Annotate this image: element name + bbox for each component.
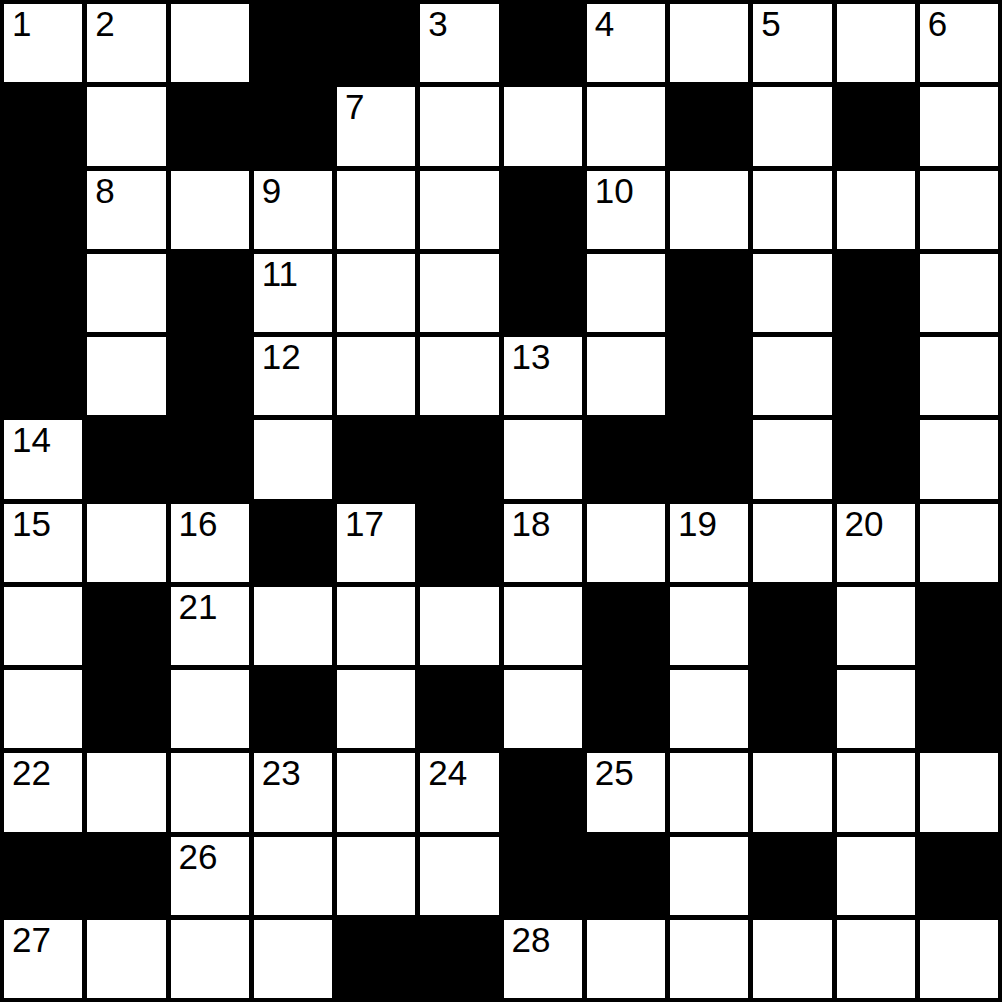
clue-number-24: 24 (428, 755, 467, 792)
white-cell-r8c8[interactable] (670, 670, 748, 748)
clue-number-15: 15 (12, 506, 51, 543)
white-cell-r9c11[interactable] (920, 753, 998, 831)
white-cell-r0c10[interactable] (837, 4, 915, 82)
black-cell-r5c10 (837, 420, 915, 498)
black-cell-r5c2 (171, 420, 249, 498)
white-cell-r2c5[interactable] (420, 171, 498, 249)
white-cell-r6c1[interactable] (87, 504, 165, 582)
white-cell-r11c10[interactable] (837, 920, 915, 998)
white-cell-r0c1[interactable]: 2 (87, 4, 165, 82)
white-cell-r5c6[interactable] (504, 420, 582, 498)
white-cell-r11c6[interactable]: 28 (504, 920, 582, 998)
black-cell-r11c4 (337, 920, 415, 998)
white-cell-r4c1[interactable] (87, 337, 165, 415)
white-cell-r10c2[interactable]: 26 (171, 837, 249, 915)
black-cell-r7c1 (87, 587, 165, 665)
white-cell-r2c8[interactable] (670, 171, 748, 249)
white-cell-r4c4[interactable] (337, 337, 415, 415)
white-cell-r4c5[interactable] (420, 337, 498, 415)
clue-number-6: 6 (928, 6, 947, 43)
white-cell-r0c5[interactable]: 3 (420, 4, 498, 82)
white-cell-r6c4[interactable]: 17 (337, 504, 415, 582)
black-cell-r5c8 (670, 420, 748, 498)
white-cell-r1c9[interactable] (753, 87, 831, 165)
white-cell-r11c9[interactable] (753, 920, 831, 998)
white-cell-r5c9[interactable] (753, 420, 831, 498)
clue-number-27: 27 (12, 922, 51, 959)
black-cell-r5c1 (87, 420, 165, 498)
white-cell-r10c4[interactable] (337, 837, 415, 915)
white-cell-r1c4[interactable]: 7 (337, 87, 415, 165)
white-cell-r6c7[interactable] (587, 504, 665, 582)
white-cell-r9c0[interactable]: 22 (4, 753, 82, 831)
clue-number-20: 20 (845, 506, 884, 543)
white-cell-r3c1[interactable] (87, 254, 165, 332)
white-cell-r8c0[interactable] (4, 670, 82, 748)
white-cell-r4c11[interactable] (920, 337, 998, 415)
white-cell-r0c11[interactable]: 6 (920, 4, 998, 82)
white-cell-r6c8[interactable]: 19 (670, 504, 748, 582)
clue-number-21: 21 (179, 589, 218, 626)
black-cell-r10c11 (920, 837, 998, 915)
black-cell-r8c3 (254, 670, 332, 748)
white-cell-r2c10[interactable] (837, 171, 915, 249)
black-cell-r7c7 (587, 587, 665, 665)
white-cell-r1c1[interactable] (87, 87, 165, 165)
black-cell-r1c8 (670, 87, 748, 165)
clue-number-4: 4 (595, 6, 614, 43)
white-cell-r7c3[interactable] (254, 587, 332, 665)
white-cell-r10c5[interactable] (420, 837, 498, 915)
white-cell-r1c11[interactable] (920, 87, 998, 165)
black-cell-r4c10 (837, 337, 915, 415)
white-cell-r8c10[interactable] (837, 670, 915, 748)
black-cell-r5c5 (420, 420, 498, 498)
black-cell-r6c5 (420, 504, 498, 582)
clue-number-5: 5 (761, 6, 780, 43)
white-cell-r7c4[interactable] (337, 587, 415, 665)
clue-number-13: 13 (512, 339, 551, 376)
white-cell-r8c6[interactable] (504, 670, 582, 748)
black-cell-r3c6 (504, 254, 582, 332)
crossword-board: 1234567891011121314151617181920212223242… (0, 0, 1002, 1002)
white-cell-r2c7[interactable]: 10 (587, 171, 665, 249)
black-cell-r8c1 (87, 670, 165, 748)
black-cell-r7c11 (920, 587, 998, 665)
white-cell-r7c2[interactable]: 21 (171, 587, 249, 665)
white-cell-r4c9[interactable] (753, 337, 831, 415)
white-cell-r0c2[interactable] (171, 4, 249, 82)
white-cell-r10c10[interactable] (837, 837, 915, 915)
white-cell-r1c7[interactable] (587, 87, 665, 165)
white-cell-r1c6[interactable] (504, 87, 582, 165)
white-cell-r6c6[interactable]: 18 (504, 504, 582, 582)
white-cell-r1c5[interactable] (420, 87, 498, 165)
white-cell-r11c2[interactable] (171, 920, 249, 998)
black-cell-r1c2 (171, 87, 249, 165)
white-cell-r0c8[interactable] (670, 4, 748, 82)
clue-number-14: 14 (12, 422, 51, 459)
clue-number-3: 3 (428, 6, 447, 43)
black-cell-r8c9 (753, 670, 831, 748)
clue-number-25: 25 (595, 755, 634, 792)
white-cell-r2c3[interactable]: 9 (254, 171, 332, 249)
white-cell-r9c4[interactable] (337, 753, 415, 831)
white-cell-r9c5[interactable]: 24 (420, 753, 498, 831)
black-cell-r2c6 (504, 171, 582, 249)
white-cell-r2c9[interactable] (753, 171, 831, 249)
white-cell-r3c11[interactable] (920, 254, 998, 332)
clue-number-9: 9 (262, 173, 281, 210)
white-cell-r3c5[interactable] (420, 254, 498, 332)
white-cell-r4c3[interactable]: 12 (254, 337, 332, 415)
white-cell-r5c11[interactable] (920, 420, 998, 498)
black-cell-r1c10 (837, 87, 915, 165)
black-cell-r5c4 (337, 420, 415, 498)
white-cell-r4c6[interactable]: 13 (504, 337, 582, 415)
white-cell-r3c3[interactable]: 11 (254, 254, 332, 332)
white-cell-r11c7[interactable] (587, 920, 665, 998)
clue-number-18: 18 (512, 506, 551, 543)
white-cell-r6c2[interactable]: 16 (171, 504, 249, 582)
white-cell-r9c1[interactable] (87, 753, 165, 831)
white-cell-r7c10[interactable] (837, 587, 915, 665)
white-cell-r9c2[interactable] (171, 753, 249, 831)
black-cell-r8c7 (587, 670, 665, 748)
white-cell-r11c1[interactable] (87, 920, 165, 998)
white-cell-r2c2[interactable] (171, 171, 249, 249)
black-cell-r3c0 (4, 254, 82, 332)
clue-number-8: 8 (95, 173, 114, 210)
white-cell-r2c1[interactable]: 8 (87, 171, 165, 249)
white-cell-r0c0[interactable]: 1 (4, 4, 82, 82)
black-cell-r0c4 (337, 4, 415, 82)
white-cell-r9c7[interactable]: 25 (587, 753, 665, 831)
white-cell-r6c9[interactable] (753, 504, 831, 582)
black-cell-r0c3 (254, 4, 332, 82)
clue-number-16: 16 (179, 506, 218, 543)
black-cell-r4c8 (670, 337, 748, 415)
black-cell-r6c3 (254, 504, 332, 582)
black-cell-r3c8 (670, 254, 748, 332)
white-cell-r4c7[interactable] (587, 337, 665, 415)
white-cell-r9c9[interactable] (753, 753, 831, 831)
white-cell-r11c3[interactable] (254, 920, 332, 998)
black-cell-r4c0 (4, 337, 82, 415)
white-cell-r10c8[interactable] (670, 837, 748, 915)
black-cell-r2c0 (4, 171, 82, 249)
clue-number-2: 2 (95, 6, 114, 43)
black-cell-r10c7 (587, 837, 665, 915)
white-cell-r0c7[interactable]: 4 (587, 4, 665, 82)
black-cell-r10c0 (4, 837, 82, 915)
black-cell-r11c5 (420, 920, 498, 998)
black-cell-r10c1 (87, 837, 165, 915)
clue-number-28: 28 (512, 922, 551, 959)
clue-number-1: 1 (12, 6, 31, 43)
black-cell-r3c10 (837, 254, 915, 332)
clue-number-23: 23 (262, 755, 301, 792)
black-cell-r9c6 (504, 753, 582, 831)
white-cell-r10c3[interactable] (254, 837, 332, 915)
white-cell-r9c10[interactable] (837, 753, 915, 831)
black-cell-r10c6 (504, 837, 582, 915)
clue-number-7: 7 (345, 89, 364, 126)
white-cell-r3c9[interactable] (753, 254, 831, 332)
white-cell-r5c0[interactable]: 14 (4, 420, 82, 498)
white-cell-r9c3[interactable]: 23 (254, 753, 332, 831)
black-cell-r8c11 (920, 670, 998, 748)
white-cell-r6c0[interactable]: 15 (4, 504, 82, 582)
white-cell-r6c11[interactable] (920, 504, 998, 582)
white-cell-r0c9[interactable]: 5 (753, 4, 831, 82)
clue-number-26: 26 (179, 839, 218, 876)
white-cell-r11c8[interactable] (670, 920, 748, 998)
black-cell-r10c9 (753, 837, 831, 915)
black-cell-r1c3 (254, 87, 332, 165)
white-cell-r7c5[interactable] (420, 587, 498, 665)
white-cell-r7c0[interactable] (4, 587, 82, 665)
black-cell-r8c5 (420, 670, 498, 748)
white-cell-r7c6[interactable] (504, 587, 582, 665)
black-cell-r3c2 (171, 254, 249, 332)
white-cell-r8c4[interactable] (337, 670, 415, 748)
white-cell-r3c7[interactable] (587, 254, 665, 332)
black-cell-r1c0 (4, 87, 82, 165)
clue-number-19: 19 (678, 506, 717, 543)
white-cell-r7c8[interactable] (670, 587, 748, 665)
white-cell-r2c4[interactable] (337, 171, 415, 249)
white-cell-r6c10[interactable]: 20 (837, 504, 915, 582)
black-cell-r4c2 (171, 337, 249, 415)
black-cell-r7c9 (753, 587, 831, 665)
white-cell-r9c8[interactable] (670, 753, 748, 831)
white-cell-r8c2[interactable] (171, 670, 249, 748)
white-cell-r11c11[interactable] (920, 920, 998, 998)
clue-number-22: 22 (12, 755, 51, 792)
clue-number-12: 12 (262, 339, 301, 376)
clue-number-10: 10 (595, 173, 634, 210)
white-cell-r5c3[interactable] (254, 420, 332, 498)
white-cell-r11c0[interactable]: 27 (4, 920, 82, 998)
black-cell-r0c6 (504, 4, 582, 82)
white-cell-r2c11[interactable] (920, 171, 998, 249)
black-cell-r5c7 (587, 420, 665, 498)
clue-number-17: 17 (345, 506, 384, 543)
clue-number-11: 11 (262, 256, 298, 293)
white-cell-r3c4[interactable] (337, 254, 415, 332)
